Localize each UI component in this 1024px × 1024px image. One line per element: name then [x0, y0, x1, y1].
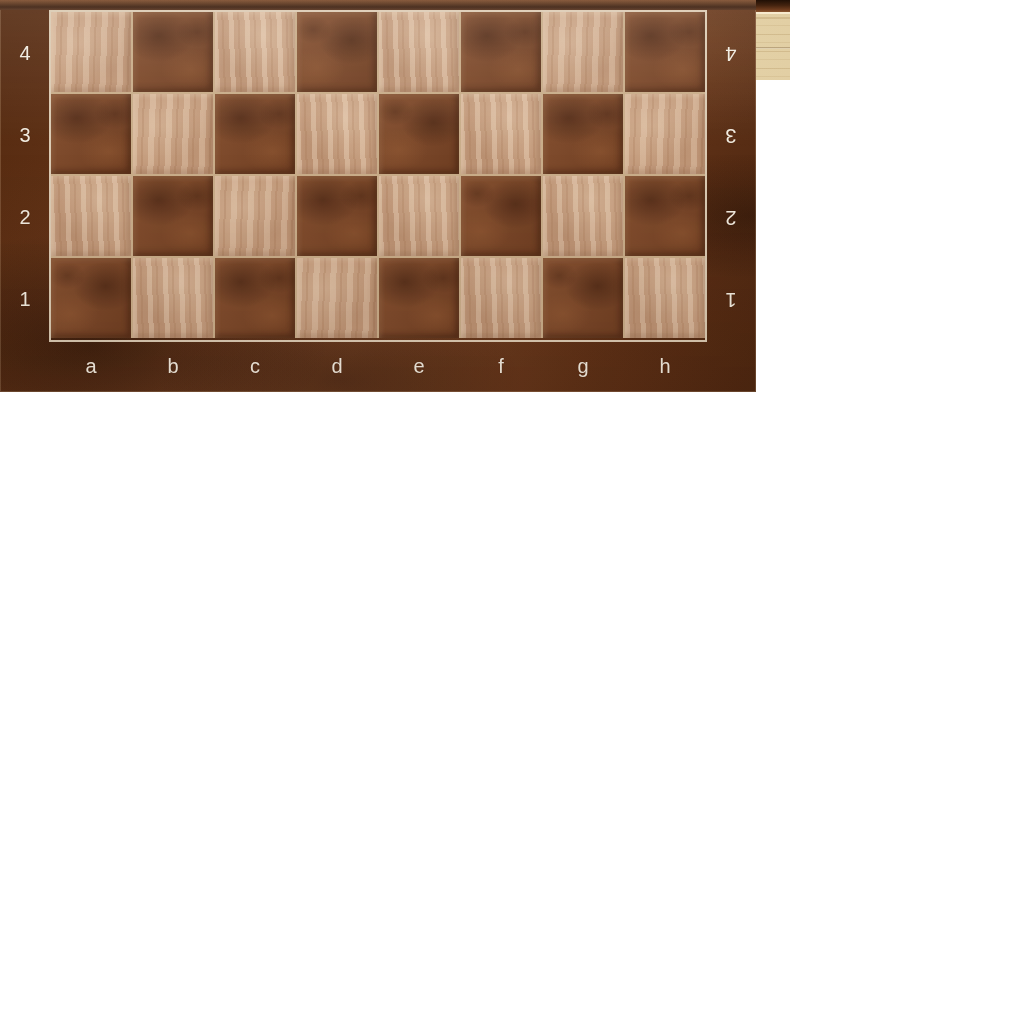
square-e2 — [379, 176, 459, 256]
file-label-e: e — [413, 355, 424, 378]
rank-label-right-2: 2 — [725, 206, 736, 229]
square-h4 — [625, 12, 705, 92]
fold-edge-strip — [0, 0, 756, 10]
rank-label-right-1: 1 — [725, 288, 736, 311]
rank-label-left-3: 3 — [19, 124, 30, 147]
square-b4 — [133, 12, 213, 92]
square-c4 — [215, 12, 295, 92]
square-d2 — [297, 176, 377, 256]
board-grid — [51, 12, 705, 338]
board-top-face: abcdefgh43214321 — [0, 0, 756, 392]
square-f2 — [461, 176, 541, 256]
file-label-c: c — [250, 355, 260, 378]
square-g2 — [543, 176, 623, 256]
file-label-d: d — [331, 355, 342, 378]
square-e4 — [379, 12, 459, 92]
square-f4 — [461, 12, 541, 92]
square-a1 — [51, 258, 131, 338]
square-b2 — [133, 176, 213, 256]
rank-label-right-3: 3 — [725, 124, 736, 147]
square-f1 — [461, 258, 541, 338]
square-c1 — [215, 258, 295, 338]
square-d4 — [297, 12, 377, 92]
square-h2 — [625, 176, 705, 256]
square-h3 — [625, 94, 705, 174]
square-c3 — [215, 94, 295, 174]
square-e1 — [379, 258, 459, 338]
square-a4 — [51, 12, 131, 92]
file-label-b: b — [167, 355, 178, 378]
square-d1 — [297, 258, 377, 338]
file-label-a: a — [85, 355, 96, 378]
square-a2 — [51, 176, 131, 256]
rank-label-left-4: 4 — [19, 42, 30, 65]
square-f3 — [461, 94, 541, 174]
chess-board-box-photo: abcdefgh43214321 — [0, 0, 1024, 1024]
square-h1 — [625, 258, 705, 338]
square-a3 — [51, 94, 131, 174]
rank-label-left-2: 2 — [19, 206, 30, 229]
square-g4 — [543, 12, 623, 92]
square-g1 — [543, 258, 623, 338]
file-label-f: f — [498, 355, 504, 378]
square-c2 — [215, 176, 295, 256]
rank-label-left-1: 1 — [19, 288, 30, 311]
rank-label-right-4: 4 — [725, 42, 736, 65]
square-b1 — [133, 258, 213, 338]
square-b3 — [133, 94, 213, 174]
file-label-h: h — [659, 355, 670, 378]
square-g3 — [543, 94, 623, 174]
file-label-g: g — [577, 355, 588, 378]
square-d3 — [297, 94, 377, 174]
square-e3 — [379, 94, 459, 174]
